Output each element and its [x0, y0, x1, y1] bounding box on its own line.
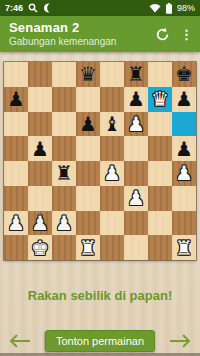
- square-a5[interactable]: [4, 136, 28, 161]
- square-c4[interactable]: ♜: [52, 161, 76, 186]
- square-c5[interactable]: [52, 136, 76, 161]
- square-h1[interactable]: ♜: [172, 235, 196, 260]
- square-c2[interactable]: ♟: [52, 211, 76, 236]
- square-d5[interactable]: [76, 136, 100, 161]
- square-b3[interactable]: [28, 186, 52, 211]
- clock-time: 7:46: [5, 3, 23, 13]
- piece-black-pawn: ♟: [31, 139, 49, 159]
- square-h2[interactable]: [172, 211, 196, 236]
- square-a1[interactable]: [4, 235, 28, 260]
- square-g4[interactable]: [148, 161, 172, 186]
- square-e8[interactable]: [100, 62, 124, 87]
- piece-black-queen: ♛: [79, 64, 97, 84]
- square-h7[interactable]: ♟: [172, 87, 196, 112]
- piece-white-rook: ♜: [175, 238, 193, 258]
- search-icon: [28, 3, 38, 13]
- square-f7[interactable]: ♟: [124, 87, 148, 112]
- square-h3[interactable]: [172, 186, 196, 211]
- status-bar: 7:46 98%: [0, 0, 200, 16]
- square-f5[interactable]: [124, 136, 148, 161]
- square-g3[interactable]: [148, 186, 172, 211]
- square-b4[interactable]: [28, 161, 52, 186]
- piece-black-pawn: ♟: [175, 139, 193, 159]
- piece-black-pawn: ♟: [127, 89, 145, 109]
- piece-black-rook: ♜: [55, 163, 73, 183]
- piece-white-pawn: ♟: [127, 114, 145, 134]
- square-e3[interactable]: [100, 186, 124, 211]
- square-d8[interactable]: ♛: [76, 62, 100, 87]
- left-arrow[interactable]: [6, 331, 34, 351]
- piece-white-pawn: ♟: [55, 213, 73, 233]
- square-g8[interactable]: [148, 62, 172, 87]
- square-g7[interactable]: ♛: [148, 87, 172, 112]
- square-b6[interactable]: [28, 112, 52, 137]
- piece-black-pawn: ♟: [79, 114, 97, 134]
- square-c1[interactable]: [52, 235, 76, 260]
- overflow-menu-icon[interactable]: ⋮: [180, 28, 193, 41]
- square-a8[interactable]: [4, 62, 28, 87]
- app-screen: 7:46 98% Senaman 2 Gabungan kemenangan: [0, 0, 200, 356]
- piece-black-pawn: ♟: [7, 89, 25, 109]
- square-h5[interactable]: ♟: [172, 136, 196, 161]
- piece-white-pawn: ♟: [103, 163, 121, 183]
- piece-white-rook: ♜: [79, 238, 97, 258]
- battery-icon: [166, 3, 172, 14]
- piece-black-pawn: ♟: [175, 89, 193, 109]
- square-f6[interactable]: ♟: [124, 112, 148, 137]
- wifi-icon: [149, 3, 161, 13]
- square-e1[interactable]: [100, 235, 124, 260]
- square-f2[interactable]: [124, 211, 148, 236]
- piece-white-pawn: ♟: [31, 213, 49, 233]
- square-h6[interactable]: [172, 112, 196, 137]
- piece-white-pawn: ♟: [127, 188, 145, 208]
- square-d1[interactable]: ♜: [76, 235, 100, 260]
- square-a3[interactable]: [4, 186, 28, 211]
- watch-game-button[interactable]: Tonton permainan: [45, 330, 155, 352]
- square-c8[interactable]: [52, 62, 76, 87]
- square-g6[interactable]: [148, 112, 172, 137]
- square-h4[interactable]: ♟: [172, 161, 196, 186]
- square-e6[interactable]: ♝: [100, 112, 124, 137]
- chess-board: ♛♜♚♟♟♛♟♟♝♟♟♟♜♟♟♟♟♟♟♚♜♜: [4, 62, 196, 260]
- square-b2[interactable]: ♟: [28, 211, 52, 236]
- page-title: Senaman 2: [9, 21, 116, 36]
- puzzle-message: Rakan sebilik di papan!: [0, 288, 200, 303]
- square-d3[interactable]: [76, 186, 100, 211]
- square-g2[interactable]: [148, 211, 172, 236]
- piece-white-pawn: ♟: [7, 213, 25, 233]
- square-e2[interactable]: [100, 211, 124, 236]
- square-b8[interactable]: [28, 62, 52, 87]
- square-b5[interactable]: ♟: [28, 136, 52, 161]
- square-f1[interactable]: [124, 235, 148, 260]
- square-d2[interactable]: [76, 211, 100, 236]
- square-f8[interactable]: ♜: [124, 62, 148, 87]
- square-f4[interactable]: [124, 161, 148, 186]
- square-d7[interactable]: [76, 87, 100, 112]
- square-a7[interactable]: ♟: [4, 87, 28, 112]
- page-subtitle: Gabungan kemenangan: [9, 36, 116, 48]
- piece-white-pawn: ♟: [175, 163, 193, 183]
- square-e7[interactable]: [100, 87, 124, 112]
- square-a2[interactable]: ♟: [4, 211, 28, 236]
- piece-black-bishop: ♝: [103, 114, 121, 134]
- square-g1[interactable]: [148, 235, 172, 260]
- piece-white-king: ♚: [31, 238, 49, 258]
- square-b7[interactable]: [28, 87, 52, 112]
- piece-white-queen: ♛: [151, 89, 169, 109]
- piece-black-rook: ♜: [127, 64, 145, 84]
- app-header: Senaman 2 Gabungan kemenangan ⋮: [0, 16, 200, 52]
- refresh-icon[interactable]: [155, 27, 170, 42]
- square-c7[interactable]: [52, 87, 76, 112]
- square-a6[interactable]: [4, 112, 28, 137]
- square-d4[interactable]: [76, 161, 100, 186]
- square-e4[interactable]: ♟: [100, 161, 124, 186]
- square-f3[interactable]: ♟: [124, 186, 148, 211]
- bottom-controls: Tonton permainan: [0, 329, 200, 353]
- piece-black-king: ♚: [175, 64, 193, 84]
- square-h8[interactable]: ♚: [172, 62, 196, 87]
- moon-icon: [43, 3, 52, 13]
- square-b1[interactable]: ♚: [28, 235, 52, 260]
- right-arrow[interactable]: [166, 331, 194, 351]
- battery-percent: 98%: [177, 3, 195, 13]
- square-g5[interactable]: [148, 136, 172, 161]
- square-e5[interactable]: [100, 136, 124, 161]
- square-d6[interactable]: ♟: [76, 112, 100, 137]
- square-c6[interactable]: [52, 112, 76, 137]
- square-a4[interactable]: [4, 161, 28, 186]
- square-c3[interactable]: [52, 186, 76, 211]
